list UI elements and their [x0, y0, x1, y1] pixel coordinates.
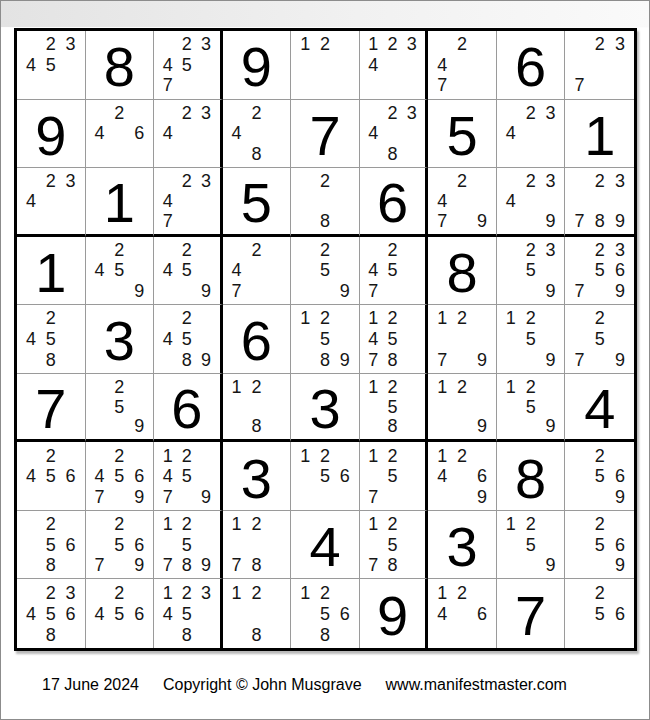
- cell-r6c4[interactable]: 128: [223, 374, 292, 443]
- pencil-empty: [129, 377, 149, 397]
- pencil-empty: [501, 534, 521, 555]
- pencil-empty: [21, 308, 41, 329]
- pencil-empty: [335, 486, 355, 507]
- pencil-empty: [364, 416, 383, 436]
- pencil-digit: 2: [177, 445, 196, 466]
- cell-r5c2[interactable]: 3: [86, 305, 155, 374]
- pencil-digit: 3: [402, 103, 421, 124]
- cell-r8c5[interactable]: 4: [291, 511, 360, 580]
- cell-r9c4[interactable]: 128: [223, 579, 292, 648]
- pencil-digit: 2: [315, 240, 335, 261]
- pencil-digit: 9: [129, 416, 149, 436]
- pencil-digit: 5: [177, 603, 196, 624]
- pencil-digit: 4: [432, 603, 452, 624]
- cell-r5c4[interactable]: 6: [223, 305, 292, 374]
- pencil-empty: [335, 55, 355, 76]
- pencil-empty: [129, 240, 149, 261]
- pencil-empty: [90, 514, 110, 535]
- pencil-digit: 3: [541, 103, 561, 124]
- pencil-digit: 2: [315, 445, 335, 466]
- cell-r3c8[interactable]: 2349: [497, 168, 566, 237]
- pencil-empty: [41, 191, 61, 211]
- pencil-empty: [521, 349, 541, 370]
- pencil-empty: [196, 123, 215, 144]
- cell-r1c2[interactable]: 8: [86, 31, 155, 100]
- pencil-digit: 9: [335, 281, 355, 302]
- pencil-empty: [196, 308, 215, 329]
- pencil-digit: 9: [335, 349, 355, 370]
- pencil-digit: 2: [383, 308, 402, 329]
- pencil-digit: 6: [610, 466, 630, 487]
- pencil-digit: 9: [610, 349, 630, 370]
- pencil-digit: 8: [247, 624, 267, 645]
- pencil-empty: [21, 171, 41, 191]
- pencil-empty: [541, 377, 561, 397]
- pencil-empty: [21, 514, 41, 535]
- pencil-digit: 3: [541, 240, 561, 261]
- cell-r3c9[interactable]: 23789: [565, 168, 634, 237]
- pencil-digit: 4: [158, 191, 177, 211]
- pencil-digit: 7: [432, 75, 452, 96]
- cell-r3c3[interactable]: 2347: [154, 168, 223, 237]
- pencil-digit: 8: [177, 349, 196, 370]
- pencil-empty: [402, 377, 421, 397]
- pencil-digit: 5: [383, 397, 402, 417]
- pencil-empty: [402, 144, 421, 165]
- pencil-digit: 9: [472, 416, 492, 436]
- pencil-empty: [610, 75, 630, 96]
- cell-r1c6[interactable]: 1234: [360, 31, 429, 100]
- cell-r1c7[interactable]: 247: [428, 31, 497, 100]
- cell-r9c1[interactable]: 234568: [17, 579, 86, 648]
- pencil-empty: [266, 514, 286, 535]
- cell-r4c3[interactable]: 2459: [154, 237, 223, 306]
- pencil-empty: [90, 534, 110, 555]
- pencil-empty: [196, 445, 215, 466]
- cell-r8c4[interactable]: 1278: [223, 511, 292, 580]
- cell-r6c1[interactable]: 7: [17, 374, 86, 443]
- pencil-marks: 2345: [17, 31, 85, 99]
- pencil-empty: [569, 555, 589, 576]
- pencil-empty: [177, 123, 196, 144]
- pencil-digit: 2: [177, 171, 196, 191]
- pencil-empty: [501, 260, 521, 281]
- pencil-digit: 4: [432, 466, 452, 487]
- pencil-empty: [158, 281, 177, 302]
- pencil-digit: 4: [21, 603, 41, 624]
- cell-r5c5[interactable]: 12589: [291, 305, 360, 374]
- pencil-digit: 8: [247, 555, 267, 576]
- cell-r4c7[interactable]: 8: [428, 237, 497, 306]
- pencil-marks: 1234: [360, 31, 426, 99]
- cell-r5c1[interactable]: 2458: [17, 305, 86, 374]
- cell-r9c2[interactable]: 2456: [86, 579, 155, 648]
- pencil-marks: 245679: [86, 442, 154, 510]
- cell-r8c2[interactable]: 25679: [86, 511, 155, 580]
- pencil-empty: [196, 534, 215, 555]
- pencil-digit: 5: [315, 329, 335, 350]
- pencil-empty: [452, 397, 472, 417]
- pencil-empty: [569, 603, 589, 624]
- cell-r2c2[interactable]: 246: [86, 100, 155, 169]
- cell-r6c2[interactable]: 259: [86, 374, 155, 443]
- pencil-empty: [569, 582, 589, 603]
- cell-r2c7[interactable]: 5: [428, 100, 497, 169]
- pencil-marks: 2349: [497, 168, 565, 234]
- cell-r4c2[interactable]: 2459: [86, 237, 155, 306]
- pencil-digit: 2: [41, 34, 61, 55]
- pencil-empty: [61, 191, 81, 211]
- pencil-digit: 3: [610, 240, 630, 261]
- pencil-empty: [610, 191, 630, 211]
- pencil-empty: [227, 416, 247, 436]
- pencil-empty: [158, 349, 177, 370]
- pencil-digit: 6: [129, 603, 149, 624]
- pencil-marks: 237: [565, 31, 634, 99]
- pencil-empty: [90, 416, 110, 436]
- pencil-empty: [266, 555, 286, 576]
- pencil-empty: [610, 308, 630, 329]
- cell-r8c1[interactable]: 2568: [17, 511, 86, 580]
- cell-r7c9[interactable]: 2569: [565, 442, 634, 511]
- cell-r1c3[interactable]: 23457: [154, 31, 223, 100]
- pencil-digit: 1: [501, 514, 521, 535]
- cell-r4c6[interactable]: 2457: [360, 237, 429, 306]
- cell-r5c8[interactable]: 1259: [497, 305, 566, 374]
- pencil-digit: 2: [247, 514, 267, 535]
- pencil-empty: [569, 55, 589, 76]
- pencil-empty: [472, 191, 492, 211]
- pencil-digit: 2: [590, 240, 610, 261]
- pencil-digit: 8: [177, 624, 196, 645]
- pencil-digit: 6: [610, 534, 630, 555]
- pencil-digit: 2: [590, 34, 610, 55]
- pencil-digit: 2: [109, 103, 129, 124]
- pencil-empty: [266, 377, 286, 397]
- solved-digit: 9: [223, 31, 291, 99]
- pencil-empty: [569, 486, 589, 507]
- cell-r7c2[interactable]: 245679: [86, 442, 155, 511]
- cell-r8c6[interactable]: 12578: [360, 511, 429, 580]
- cell-r1c8[interactable]: 6: [497, 31, 566, 100]
- pencil-empty: [610, 624, 630, 645]
- pencil-empty: [452, 211, 472, 231]
- pencil-empty: [541, 534, 561, 555]
- pencil-digit: 3: [402, 34, 421, 55]
- pencil-empty: [158, 34, 177, 55]
- pencil-digit: 8: [315, 211, 335, 231]
- pencil-empty: [402, 445, 421, 466]
- pencil-empty: [158, 171, 177, 191]
- cell-r7c6[interactable]: 1257: [360, 442, 429, 511]
- pencil-digit: 2: [590, 445, 610, 466]
- pencil-empty: [196, 329, 215, 350]
- cell-r2c4[interactable]: 248: [223, 100, 292, 169]
- cell-r7c3[interactable]: 124579: [154, 442, 223, 511]
- pencil-empty: [402, 55, 421, 76]
- cell-r9c8[interactable]: 7: [497, 579, 566, 648]
- pencil-empty: [569, 260, 589, 281]
- pencil-empty: [541, 308, 561, 329]
- cell-r7c7[interactable]: 12469: [428, 442, 497, 511]
- pencil-marks: 2459: [154, 237, 220, 305]
- cell-r4c4[interactable]: 247: [223, 237, 292, 306]
- pencil-digit: 7: [364, 281, 383, 302]
- pencil-empty: [295, 55, 315, 76]
- pencil-empty: [541, 123, 561, 144]
- pencil-empty: [335, 582, 355, 603]
- pencil-digit: 9: [129, 486, 149, 507]
- pencil-empty: [61, 486, 81, 507]
- pencil-empty: [90, 624, 110, 645]
- cell-r5c3[interactable]: 24589: [154, 305, 223, 374]
- pencil-empty: [335, 34, 355, 55]
- pencil-empty: [196, 191, 215, 211]
- pencil-empty: [521, 555, 541, 576]
- cell-r6c6[interactable]: 1258: [360, 374, 429, 443]
- cell-r6c3[interactable]: 6: [154, 374, 223, 443]
- pencil-digit: 2: [315, 308, 335, 329]
- pencil-empty: [196, 55, 215, 76]
- cell-r3c2[interactable]: 1: [86, 168, 155, 237]
- pencil-empty: [452, 329, 472, 350]
- pencil-marks: 23789: [565, 168, 634, 234]
- pencil-empty: [295, 191, 315, 211]
- pencil-digit: 2: [383, 377, 402, 397]
- solved-digit: 3: [291, 374, 359, 440]
- pencil-digit: 9: [196, 349, 215, 370]
- pencil-marks: 124579: [154, 442, 220, 510]
- pencil-empty: [158, 308, 177, 329]
- cell-r6c7[interactable]: 129: [428, 374, 497, 443]
- pencil-empty: [295, 329, 315, 350]
- cell-r8c3[interactable]: 125789: [154, 511, 223, 580]
- cell-r3c6[interactable]: 6: [360, 168, 429, 237]
- pencil-digit: 3: [610, 171, 630, 191]
- pencil-empty: [452, 349, 472, 370]
- cell-r3c7[interactable]: 2479: [428, 168, 497, 237]
- cell-r3c5[interactable]: 28: [291, 168, 360, 237]
- pencil-empty: [452, 55, 472, 76]
- cell-r8c9[interactable]: 2569: [565, 511, 634, 580]
- solved-digit: 6: [223, 305, 291, 373]
- pencil-empty: [61, 445, 81, 466]
- pencil-digit: 5: [590, 466, 610, 487]
- pencil-empty: [335, 240, 355, 261]
- pencil-empty: [227, 144, 247, 165]
- pencil-digit: 4: [158, 329, 177, 350]
- pencil-empty: [315, 191, 335, 211]
- pencil-empty: [196, 466, 215, 487]
- solved-digit: 3: [223, 442, 291, 510]
- pencil-empty: [177, 211, 196, 231]
- pencil-empty: [266, 281, 286, 302]
- pencil-empty: [129, 260, 149, 281]
- pencil-empty: [402, 397, 421, 417]
- cell-r2c6[interactable]: 2348: [360, 100, 429, 169]
- pencil-digit: 2: [452, 582, 472, 603]
- cell-r5c6[interactable]: 124578: [360, 305, 429, 374]
- pencil-empty: [472, 75, 492, 96]
- pencil-digit: 5: [590, 329, 610, 350]
- cell-r1c1[interactable]: 2345: [17, 31, 86, 100]
- pencil-empty: [569, 329, 589, 350]
- pencil-marks: 1259: [497, 374, 565, 440]
- pencil-empty: [610, 445, 630, 466]
- cell-r9c9[interactable]: 256: [565, 579, 634, 648]
- pencil-digit: 9: [196, 555, 215, 576]
- pencil-digit: 4: [364, 329, 383, 350]
- pencil-empty: [335, 308, 355, 329]
- pencil-digit: 1: [227, 582, 247, 603]
- pencil-digit: 5: [521, 397, 541, 417]
- pencil-empty: [472, 397, 492, 417]
- pencil-digit: 6: [472, 603, 492, 624]
- cell-r3c4[interactable]: 5: [223, 168, 292, 237]
- pencil-empty: [402, 329, 421, 350]
- cell-r7c5[interactable]: 1256: [291, 442, 360, 511]
- pencil-marks: 129: [428, 374, 496, 440]
- pencil-digit: 2: [452, 308, 472, 329]
- cell-r4c1[interactable]: 1: [17, 237, 86, 306]
- pencil-digit: 5: [383, 466, 402, 487]
- pencil-empty: [383, 123, 402, 144]
- cell-r5c7[interactable]: 1279: [428, 305, 497, 374]
- pencil-empty: [472, 34, 492, 55]
- solved-digit: 8: [86, 31, 154, 99]
- cell-r2c1[interactable]: 9: [17, 100, 86, 169]
- cell-r1c5[interactable]: 12: [291, 31, 360, 100]
- pencil-digit: 1: [295, 445, 315, 466]
- pencil-digit: 5: [177, 329, 196, 350]
- cell-r7c4[interactable]: 3: [223, 442, 292, 511]
- pencil-digit: 2: [177, 514, 196, 535]
- pencil-digit: 2: [177, 103, 196, 124]
- cell-r3c1[interactable]: 234: [17, 168, 86, 237]
- pencil-digit: 1: [364, 445, 383, 466]
- cell-r6c8[interactable]: 1259: [497, 374, 566, 443]
- cell-r6c9[interactable]: 4: [565, 374, 634, 443]
- pencil-digit: 5: [521, 260, 541, 281]
- page: 2345823457912123424762379246234248723485…: [0, 0, 650, 720]
- pencil-digit: 1: [501, 308, 521, 329]
- cell-r4c8[interactable]: 2359: [497, 237, 566, 306]
- cell-r1c9[interactable]: 237: [565, 31, 634, 100]
- pencil-empty: [569, 466, 589, 487]
- pencil-empty: [569, 445, 589, 466]
- pencil-empty: [472, 624, 492, 645]
- cell-r7c1[interactable]: 2456: [17, 442, 86, 511]
- cell-r2c9[interactable]: 1: [565, 100, 634, 169]
- cell-r5c9[interactable]: 2579: [565, 305, 634, 374]
- pencil-empty: [21, 211, 41, 231]
- pencil-empty: [109, 281, 129, 302]
- cell-r9c3[interactable]: 123458: [154, 579, 223, 648]
- cell-r4c9[interactable]: 235679: [565, 237, 634, 306]
- pencil-empty: [196, 603, 215, 624]
- cell-r8c8[interactable]: 1259: [497, 511, 566, 580]
- pencil-marks: 2569: [565, 511, 634, 579]
- pencil-empty: [61, 308, 81, 329]
- pencil-digit: 6: [61, 534, 81, 555]
- pencil-marks: 12568: [291, 579, 359, 648]
- pencil-digit: 2: [247, 103, 267, 124]
- cell-r9c7[interactable]: 1246: [428, 579, 497, 648]
- cell-r6c5[interactable]: 3: [291, 374, 360, 443]
- solved-digit: 7: [291, 100, 359, 168]
- pencil-marks: 2458: [17, 305, 85, 373]
- pencil-marks: 25679: [86, 511, 154, 579]
- pencil-empty: [129, 624, 149, 645]
- pencil-digit: 5: [315, 603, 335, 624]
- pencil-empty: [21, 582, 41, 603]
- pencil-digit: 9: [610, 281, 630, 302]
- pencil-digit: 5: [590, 603, 610, 624]
- pencil-digit: 1: [364, 308, 383, 329]
- pencil-empty: [472, 55, 492, 76]
- pencil-empty: [266, 103, 286, 124]
- pencil-marks: 12469: [428, 442, 496, 510]
- solved-digit: 7: [17, 374, 85, 440]
- cell-r2c8[interactable]: 234: [497, 100, 566, 169]
- pencil-digit: 6: [129, 466, 149, 487]
- cell-r8c7[interactable]: 3: [428, 511, 497, 580]
- pencil-digit: 2: [521, 240, 541, 261]
- pencil-digit: 2: [383, 240, 402, 261]
- pencil-digit: 6: [129, 123, 149, 144]
- pencil-marks: 234: [17, 168, 85, 234]
- pencil-digit: 2: [177, 582, 196, 603]
- pencil-empty: [383, 281, 402, 302]
- cell-r9c6[interactable]: 9: [360, 579, 429, 648]
- pencil-digit: 2: [109, 582, 129, 603]
- pencil-empty: [227, 603, 247, 624]
- pencil-digit: 1: [432, 445, 452, 466]
- cell-r2c3[interactable]: 234: [154, 100, 223, 169]
- cell-r4c5[interactable]: 259: [291, 237, 360, 306]
- pencil-empty: [590, 555, 610, 576]
- pencil-empty: [90, 144, 110, 165]
- pencil-digit: 6: [335, 466, 355, 487]
- pencil-empty: [590, 624, 610, 645]
- pencil-empty: [610, 582, 630, 603]
- pencil-empty: [61, 211, 81, 231]
- pencil-empty: [41, 75, 61, 96]
- pencil-empty: [335, 260, 355, 281]
- pencil-digit: 4: [21, 466, 41, 487]
- pencil-empty: [521, 144, 541, 165]
- pencil-digit: 3: [61, 171, 81, 191]
- cell-r9c5[interactable]: 12568: [291, 579, 360, 648]
- pencil-digit: 3: [196, 103, 215, 124]
- pencil-digit: 8: [383, 144, 402, 165]
- footer-copyright: Copyright © John Musgrave: [163, 676, 362, 693]
- cell-r1c4[interactable]: 9: [223, 31, 292, 100]
- pencil-empty: [335, 191, 355, 211]
- pencil-digit: 1: [364, 34, 383, 55]
- cell-r2c5[interactable]: 7: [291, 100, 360, 169]
- pencil-empty: [452, 486, 472, 507]
- pencil-empty: [521, 123, 541, 144]
- pencil-empty: [432, 624, 452, 645]
- cell-r7c8[interactable]: 8: [497, 442, 566, 511]
- pencil-marks: 1259: [497, 305, 565, 373]
- pencil-digit: 2: [383, 445, 402, 466]
- pencil-marks: 2579: [565, 305, 634, 373]
- pencil-empty: [109, 486, 129, 507]
- pencil-empty: [610, 55, 630, 76]
- pencil-digit: 8: [177, 555, 196, 576]
